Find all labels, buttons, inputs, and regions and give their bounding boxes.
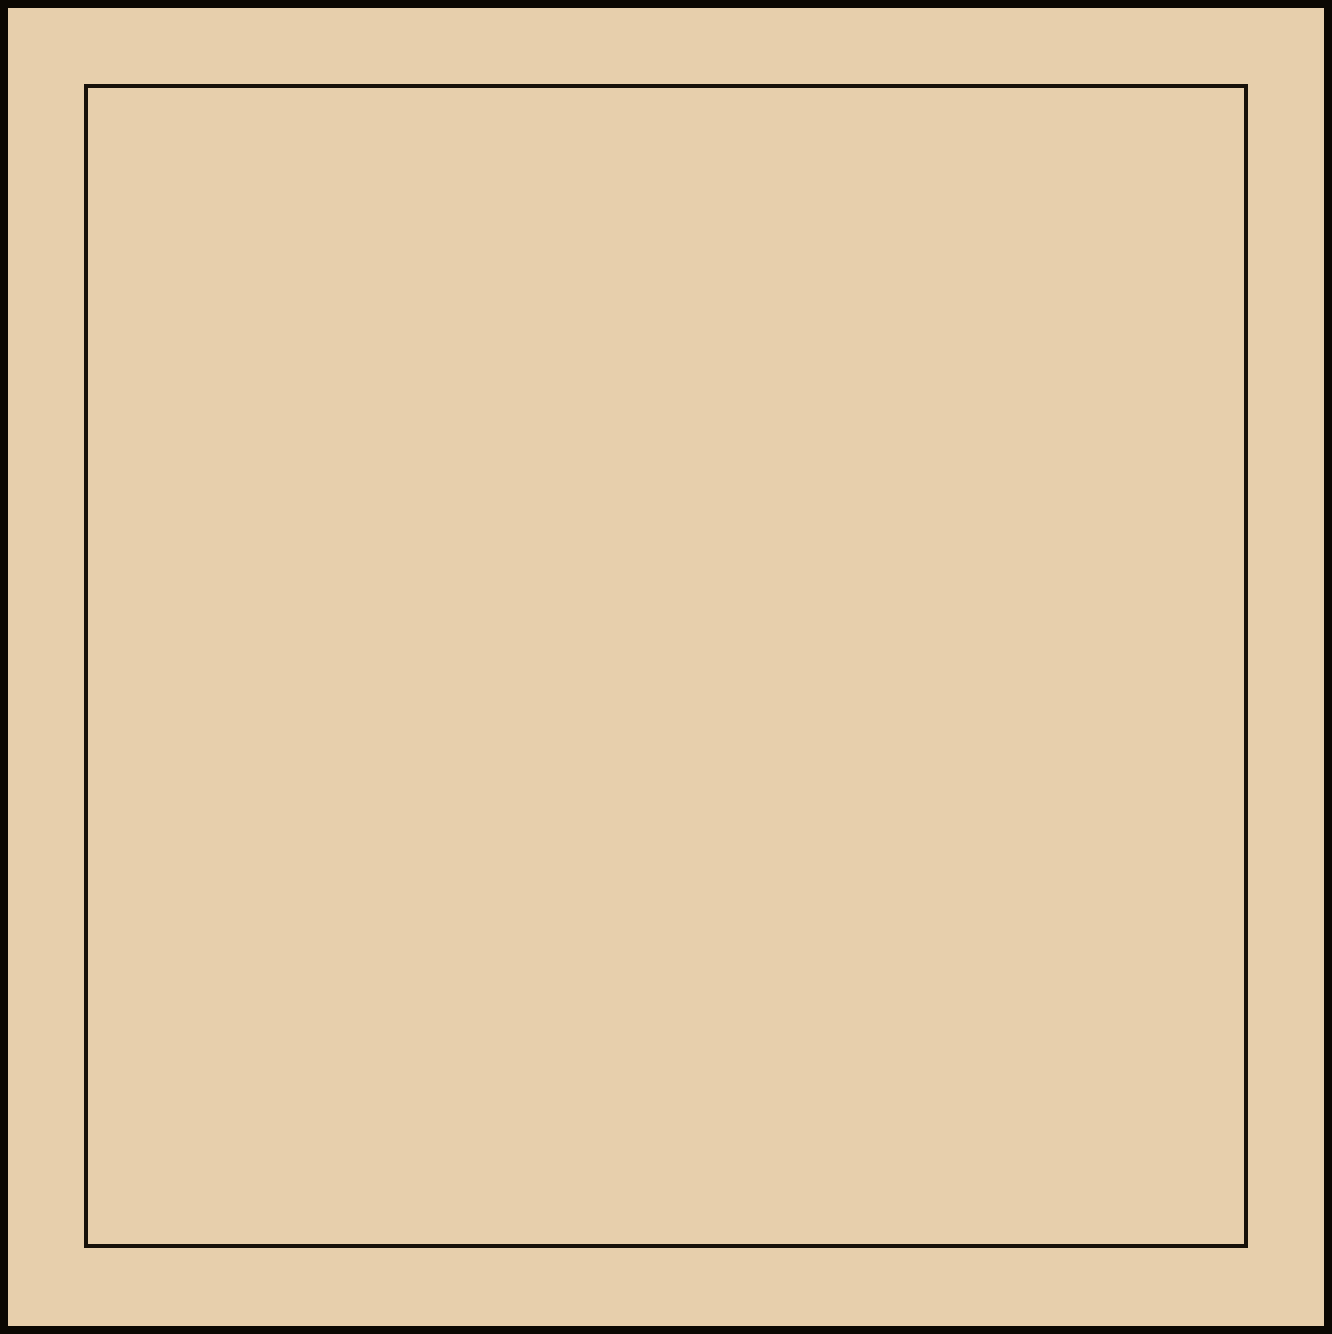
chess-board bbox=[88, 88, 1244, 1244]
chess-diagram bbox=[0, 0, 1332, 1334]
